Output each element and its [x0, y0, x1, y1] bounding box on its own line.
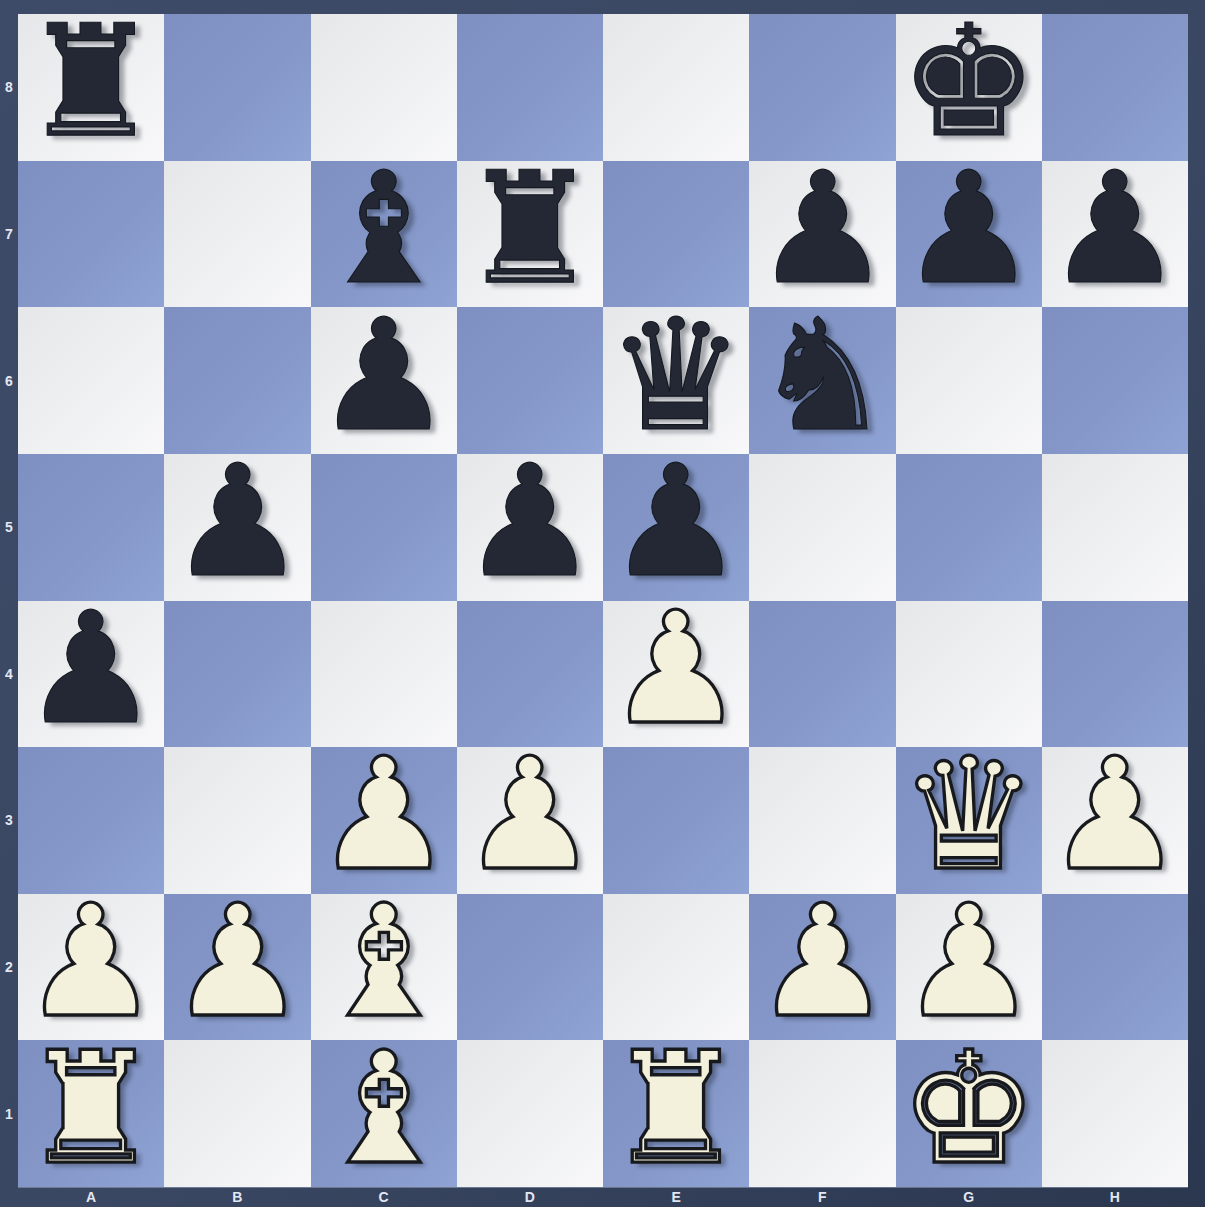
- square-a7[interactable]: [18, 161, 164, 308]
- square-h5[interactable]: [1042, 454, 1188, 601]
- file-label-d: D: [457, 1188, 603, 1207]
- piece-black-pawn-icon[interactable]: ♟: [1046, 152, 1185, 307]
- square-f5[interactable]: [749, 454, 895, 601]
- square-h1[interactable]: [1042, 1040, 1188, 1187]
- piece-white-rook-icon[interactable]: ♜: [22, 1031, 161, 1186]
- rank-label-2: 2: [0, 894, 18, 1041]
- square-d3[interactable]: ♟: [457, 747, 603, 894]
- rank-label-3: 3: [0, 747, 18, 894]
- file-label-h: H: [1042, 1188, 1188, 1207]
- file-label-e: E: [603, 1188, 749, 1207]
- file-label-f: F: [749, 1188, 895, 1207]
- rank-label-1: 1: [0, 1040, 18, 1187]
- rank-label-8: 8: [0, 14, 18, 161]
- square-c1[interactable]: ♝: [311, 1040, 457, 1187]
- square-c6[interactable]: ♟: [311, 307, 457, 454]
- square-d5[interactable]: ♟: [457, 454, 603, 601]
- square-d1[interactable]: [457, 1040, 603, 1187]
- square-a1[interactable]: ♜: [18, 1040, 164, 1187]
- square-d2[interactable]: [457, 894, 603, 1041]
- square-h6[interactable]: [1042, 307, 1188, 454]
- square-f6[interactable]: ♞: [749, 307, 895, 454]
- piece-white-pawn-icon[interactable]: ♟: [168, 885, 307, 1040]
- square-b8[interactable]: [164, 14, 310, 161]
- square-a4[interactable]: ♟: [18, 601, 164, 748]
- piece-black-pawn-icon[interactable]: ♟: [168, 445, 307, 600]
- piece-white-bishop-icon[interactable]: ♝: [314, 1031, 453, 1186]
- square-e8[interactable]: [603, 14, 749, 161]
- square-f4[interactable]: [749, 601, 895, 748]
- rank-label-6: 6: [0, 307, 18, 454]
- piece-black-queen-icon[interactable]: ♛: [607, 298, 746, 453]
- piece-black-pawn-icon[interactable]: ♟: [461, 445, 600, 600]
- piece-white-rook-icon[interactable]: ♜: [607, 1031, 746, 1186]
- file-labels-bar: ABCDEFGH: [18, 1187, 1188, 1207]
- piece-black-bishop-icon[interactable]: ♝: [314, 152, 453, 307]
- square-f1[interactable]: [749, 1040, 895, 1187]
- square-d7[interactable]: ♜: [457, 161, 603, 308]
- square-b2[interactable]: ♟: [164, 894, 310, 1041]
- piece-white-pawn-icon[interactable]: ♟: [1046, 738, 1185, 893]
- square-h3[interactable]: ♟: [1042, 747, 1188, 894]
- piece-black-pawn-icon[interactable]: ♟: [607, 445, 746, 600]
- piece-white-king-icon[interactable]: ♚: [899, 1031, 1038, 1186]
- piece-black-pawn-icon[interactable]: ♟: [753, 152, 892, 307]
- square-b4[interactable]: [164, 601, 310, 748]
- square-g6[interactable]: [896, 307, 1042, 454]
- rank-label-7: 7: [0, 161, 18, 308]
- square-g1[interactable]: ♚: [896, 1040, 1042, 1187]
- rank-labels-bar: 87654321: [0, 14, 18, 1187]
- square-a8[interactable]: ♜: [18, 14, 164, 161]
- square-c5[interactable]: [311, 454, 457, 601]
- square-h7[interactable]: ♟: [1042, 161, 1188, 308]
- rank-label-5: 5: [0, 454, 18, 601]
- square-e1[interactable]: ♜: [603, 1040, 749, 1187]
- file-label-c: C: [311, 1188, 457, 1207]
- piece-black-rook-icon[interactable]: ♜: [22, 5, 161, 160]
- square-e4[interactable]: ♟: [603, 601, 749, 748]
- piece-white-pawn-icon[interactable]: ♟: [753, 885, 892, 1040]
- piece-white-pawn-icon[interactable]: ♟: [461, 738, 600, 893]
- piece-black-pawn-icon[interactable]: ♟: [22, 592, 161, 747]
- piece-white-pawn-icon[interactable]: ♟: [314, 738, 453, 893]
- piece-white-pawn-icon[interactable]: ♟: [899, 885, 1038, 1040]
- piece-white-bishop-icon[interactable]: ♝: [314, 885, 453, 1040]
- piece-white-pawn-icon[interactable]: ♟: [22, 885, 161, 1040]
- piece-black-knight-icon[interactable]: ♞: [753, 298, 892, 453]
- file-label-g: G: [896, 1188, 1042, 1207]
- square-f2[interactable]: ♟: [749, 894, 895, 1041]
- square-b5[interactable]: ♟: [164, 454, 310, 601]
- piece-black-pawn-icon[interactable]: ♟: [899, 152, 1038, 307]
- square-e3[interactable]: [603, 747, 749, 894]
- piece-black-rook-icon[interactable]: ♜: [461, 152, 600, 307]
- square-b1[interactable]: [164, 1040, 310, 1187]
- piece-black-king-icon[interactable]: ♚: [899, 5, 1038, 160]
- square-h2[interactable]: [1042, 894, 1188, 1041]
- square-b7[interactable]: [164, 161, 310, 308]
- square-g7[interactable]: ♟: [896, 161, 1042, 308]
- file-label-a: A: [18, 1188, 164, 1207]
- square-a6[interactable]: [18, 307, 164, 454]
- rank-label-4: 4: [0, 601, 18, 748]
- square-g5[interactable]: [896, 454, 1042, 601]
- piece-white-pawn-icon[interactable]: ♟: [607, 592, 746, 747]
- file-label-b: B: [164, 1188, 310, 1207]
- piece-white-queen-icon[interactable]: ♛: [899, 738, 1038, 893]
- chess-board-frame: 87654321 ♜♚♝♜♟♟♟♟♛♞♟♟♟♟♟♟♟♛♟♟♟♝♟♟♜♝♜♚ AB…: [0, 0, 1205, 1207]
- chess-board: ♜♚♝♜♟♟♟♟♛♞♟♟♟♟♟♟♟♛♟♟♟♝♟♟♜♝♜♚: [18, 14, 1188, 1187]
- piece-black-pawn-icon[interactable]: ♟: [314, 298, 453, 453]
